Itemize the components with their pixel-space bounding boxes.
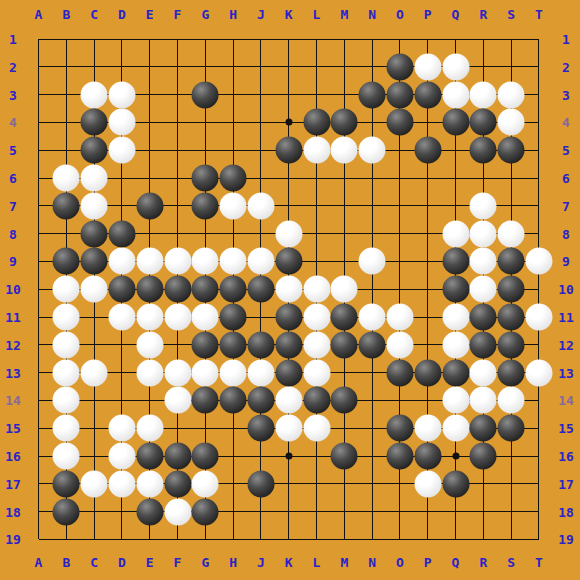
stone-black-K9[interactable] (275, 248, 302, 275)
stone-black-K11[interactable] (275, 304, 302, 331)
stone-white-B14[interactable] (53, 387, 80, 414)
row-label-left-10: 10 (5, 283, 21, 296)
stone-black-H14[interactable] (220, 387, 247, 414)
stone-black-B17[interactable] (53, 470, 80, 497)
stone-black-G7[interactable] (192, 192, 219, 219)
stone-white-K10[interactable] (275, 276, 302, 303)
star-point-Q16 (452, 453, 459, 460)
row-label-right-8: 8 (562, 227, 570, 240)
col-label-top-S: S (507, 8, 515, 21)
col-label-bottom-P: P (424, 556, 432, 569)
stone-white-D3[interactable] (108, 81, 135, 108)
stone-white-L13[interactable] (303, 359, 330, 386)
row-label-left-16: 16 (5, 450, 21, 463)
stone-black-C5[interactable] (81, 137, 108, 164)
stone-black-E16[interactable] (136, 443, 163, 470)
stone-white-S8[interactable] (498, 220, 525, 247)
stone-black-F16[interactable] (164, 443, 191, 470)
stone-white-G13[interactable] (192, 359, 219, 386)
stone-black-S10[interactable] (498, 276, 525, 303)
stone-black-G14[interactable] (192, 387, 219, 414)
stone-white-D4[interactable] (108, 109, 135, 136)
stone-white-T9[interactable] (525, 248, 552, 275)
stone-black-P5[interactable] (414, 137, 441, 164)
stone-white-J13[interactable] (247, 359, 274, 386)
stone-white-R9[interactable] (470, 248, 497, 275)
stone-black-N3[interactable] (359, 81, 386, 108)
col-label-top-G: G (201, 8, 209, 21)
stone-black-G3[interactable] (192, 81, 219, 108)
stone-white-J7[interactable] (247, 192, 274, 219)
row-label-right-18: 18 (558, 505, 574, 518)
row-label-left-2: 2 (9, 60, 17, 73)
stone-black-P13[interactable] (414, 359, 441, 386)
row-label-left-5: 5 (9, 144, 17, 157)
col-label-bottom-N: N (368, 556, 376, 569)
row-label-left-13: 13 (5, 366, 21, 379)
col-label-top-C: C (90, 8, 98, 21)
stone-black-R16[interactable] (470, 443, 497, 470)
stone-white-D9[interactable] (108, 248, 135, 275)
col-label-bottom-S: S (507, 556, 515, 569)
stone-white-F13[interactable] (164, 359, 191, 386)
stone-black-M12[interactable] (331, 331, 358, 358)
stone-white-R14[interactable] (470, 387, 497, 414)
col-label-top-D: D (118, 8, 126, 21)
stone-white-R3[interactable] (470, 81, 497, 108)
stone-white-Q2[interactable] (442, 53, 469, 80)
stone-white-Q3[interactable] (442, 81, 469, 108)
stone-black-J15[interactable] (247, 415, 274, 442)
stone-black-B7[interactable] (53, 192, 80, 219)
col-label-top-J: J (257, 8, 265, 21)
stone-black-R15[interactable] (470, 415, 497, 442)
row-label-right-11: 11 (558, 311, 574, 324)
col-label-top-B: B (62, 8, 70, 21)
col-label-bottom-M: M (340, 556, 348, 569)
row-label-right-14: 14 (558, 394, 574, 407)
star-point-K16 (285, 453, 292, 460)
stone-black-J14[interactable] (247, 387, 274, 414)
stone-black-O3[interactable] (386, 81, 413, 108)
grid-line-v-N (372, 39, 373, 539)
stone-white-G17[interactable] (192, 470, 219, 497)
stone-black-O13[interactable] (386, 359, 413, 386)
stone-white-M10[interactable] (331, 276, 358, 303)
col-label-top-N: N (368, 8, 376, 21)
stone-black-S5[interactable] (498, 137, 525, 164)
row-label-right-17: 17 (558, 477, 574, 490)
stone-white-G9[interactable] (192, 248, 219, 275)
stone-white-P17[interactable] (414, 470, 441, 497)
stone-black-M14[interactable] (331, 387, 358, 414)
stone-white-D17[interactable] (108, 470, 135, 497)
row-label-right-16: 16 (558, 450, 574, 463)
stone-white-S3[interactable] (498, 81, 525, 108)
stone-black-G6[interactable] (192, 165, 219, 192)
stone-white-L11[interactable] (303, 304, 330, 331)
col-label-top-K: K (285, 8, 293, 21)
stone-white-T13[interactable] (525, 359, 552, 386)
stone-white-Q8[interactable] (442, 220, 469, 247)
stone-white-N9[interactable] (359, 248, 386, 275)
row-label-left-3: 3 (9, 88, 17, 101)
row-label-right-1: 1 (562, 33, 570, 46)
stone-black-S13[interactable] (498, 359, 525, 386)
row-label-left-15: 15 (5, 422, 21, 435)
grid-line-h-19 (39, 539, 539, 540)
stone-black-K12[interactable] (275, 331, 302, 358)
row-label-left-8: 8 (9, 227, 17, 240)
stone-black-Q17[interactable] (442, 470, 469, 497)
row-label-left-19: 19 (5, 533, 21, 546)
col-label-bottom-C: C (90, 556, 98, 569)
stone-white-C6[interactable] (81, 165, 108, 192)
stone-white-O11[interactable] (386, 304, 413, 331)
col-label-bottom-J: J (257, 556, 265, 569)
stone-black-O2[interactable] (386, 53, 413, 80)
stone-white-F14[interactable] (164, 387, 191, 414)
col-label-bottom-O: O (396, 556, 404, 569)
stone-white-F11[interactable] (164, 304, 191, 331)
stone-white-O12[interactable] (386, 331, 413, 358)
stone-white-E12[interactable] (136, 331, 163, 358)
stone-black-C8[interactable] (81, 220, 108, 247)
row-label-right-10: 10 (558, 283, 574, 296)
stone-white-D16[interactable] (108, 443, 135, 470)
col-label-bottom-R: R (479, 556, 487, 569)
row-label-left-7: 7 (9, 199, 17, 212)
stone-black-E10[interactable] (136, 276, 163, 303)
stone-white-K14[interactable] (275, 387, 302, 414)
stone-white-P15[interactable] (414, 415, 441, 442)
col-label-top-M: M (340, 8, 348, 21)
grid-line-v-T (538, 39, 539, 539)
stone-black-C9[interactable] (81, 248, 108, 275)
stone-black-R12[interactable] (470, 331, 497, 358)
stone-white-C10[interactable] (81, 276, 108, 303)
stone-white-D5[interactable] (108, 137, 135, 164)
col-label-bottom-H: H (229, 556, 237, 569)
stone-black-M4[interactable] (331, 109, 358, 136)
stone-black-O15[interactable] (386, 415, 413, 442)
stone-black-P3[interactable] (414, 81, 441, 108)
stone-black-J10[interactable] (247, 276, 274, 303)
stone-white-H13[interactable] (220, 359, 247, 386)
stone-white-Q12[interactable] (442, 331, 469, 358)
stone-white-E17[interactable] (136, 470, 163, 497)
stone-black-Q13[interactable] (442, 359, 469, 386)
col-label-bottom-F: F (174, 556, 182, 569)
stone-white-T11[interactable] (525, 304, 552, 331)
stone-black-G12[interactable] (192, 331, 219, 358)
row-label-left-11: 11 (5, 311, 21, 324)
stone-black-B18[interactable] (53, 498, 80, 525)
stone-black-R4[interactable] (470, 109, 497, 136)
stone-white-F9[interactable] (164, 248, 191, 275)
stone-white-L15[interactable] (303, 415, 330, 442)
stone-black-S11[interactable] (498, 304, 525, 331)
stone-white-J9[interactable] (247, 248, 274, 275)
row-label-left-14: 14 (5, 394, 21, 407)
col-label-top-L: L (313, 8, 321, 21)
stone-black-P16[interactable] (414, 443, 441, 470)
stone-black-N12[interactable] (359, 331, 386, 358)
col-label-bottom-K: K (285, 556, 293, 569)
star-point-K4 (285, 119, 292, 126)
stone-black-O4[interactable] (386, 109, 413, 136)
col-label-bottom-D: D (118, 556, 126, 569)
stone-black-C4[interactable] (81, 109, 108, 136)
row-label-left-17: 17 (5, 477, 21, 490)
grid-line-h-18 (39, 511, 539, 512)
col-label-top-E: E (146, 8, 154, 21)
stone-white-D15[interactable] (108, 415, 135, 442)
stone-white-N5[interactable] (359, 137, 386, 164)
row-label-right-2: 2 (562, 60, 570, 73)
stone-black-M11[interactable] (331, 304, 358, 331)
stone-black-F17[interactable] (164, 470, 191, 497)
stone-white-H9[interactable] (220, 248, 247, 275)
stone-white-S14[interactable] (498, 387, 525, 414)
stone-black-F10[interactable] (164, 276, 191, 303)
row-label-right-3: 3 (562, 88, 570, 101)
stone-white-S4[interactable] (498, 109, 525, 136)
row-label-right-4: 4 (562, 116, 570, 129)
stone-black-L14[interactable] (303, 387, 330, 414)
stone-black-G18[interactable] (192, 498, 219, 525)
row-label-right-9: 9 (562, 255, 570, 268)
stone-white-B15[interactable] (53, 415, 80, 442)
stone-black-E18[interactable] (136, 498, 163, 525)
row-label-left-9: 9 (9, 255, 17, 268)
stone-black-S9[interactable] (498, 248, 525, 275)
col-label-top-O: O (396, 8, 404, 21)
stone-white-F18[interactable] (164, 498, 191, 525)
stone-black-H11[interactable] (220, 304, 247, 331)
row-label-right-13: 13 (558, 366, 574, 379)
stone-black-Q4[interactable] (442, 109, 469, 136)
stone-white-E9[interactable] (136, 248, 163, 275)
col-label-bottom-T: T (535, 556, 543, 569)
stone-black-H10[interactable] (220, 276, 247, 303)
stone-white-M5[interactable] (331, 137, 358, 164)
stone-black-R5[interactable] (470, 137, 497, 164)
row-label-left-1: 1 (9, 33, 17, 46)
stone-black-J12[interactable] (247, 331, 274, 358)
row-label-right-7: 7 (562, 199, 570, 212)
col-label-top-A: A (35, 8, 43, 21)
col-label-bottom-G: G (201, 556, 209, 569)
row-label-left-4: 4 (9, 116, 17, 129)
stone-white-R7[interactable] (470, 192, 497, 219)
stone-white-C13[interactable] (81, 359, 108, 386)
col-label-top-H: H (229, 8, 237, 21)
col-label-top-R: R (479, 8, 487, 21)
stone-white-E15[interactable] (136, 415, 163, 442)
stone-white-B11[interactable] (53, 304, 80, 331)
row-label-right-5: 5 (562, 144, 570, 157)
stone-black-K13[interactable] (275, 359, 302, 386)
stone-black-D8[interactable] (108, 220, 135, 247)
row-label-left-18: 18 (5, 505, 21, 518)
stone-black-B9[interactable] (53, 248, 80, 275)
col-label-bottom-B: B (62, 556, 70, 569)
stone-black-Q9[interactable] (442, 248, 469, 275)
stone-white-N11[interactable] (359, 304, 386, 331)
stone-white-R10[interactable] (470, 276, 497, 303)
stone-black-O16[interactable] (386, 443, 413, 470)
col-label-bottom-A: A (35, 556, 43, 569)
stone-white-E11[interactable] (136, 304, 163, 331)
stone-white-B10[interactable] (53, 276, 80, 303)
stone-black-K5[interactable] (275, 137, 302, 164)
stone-white-Q11[interactable] (442, 304, 469, 331)
stone-white-B12[interactable] (53, 331, 80, 358)
stone-white-L10[interactable] (303, 276, 330, 303)
row-label-left-6: 6 (9, 172, 17, 185)
row-label-right-15: 15 (558, 422, 574, 435)
stone-white-L12[interactable] (303, 331, 330, 358)
stone-white-E13[interactable] (136, 359, 163, 386)
stone-white-Q14[interactable] (442, 387, 469, 414)
col-label-top-Q: Q (452, 8, 460, 21)
stone-white-R13[interactable] (470, 359, 497, 386)
row-label-right-12: 12 (558, 338, 574, 351)
stone-black-E7[interactable] (136, 192, 163, 219)
stone-white-L5[interactable] (303, 137, 330, 164)
stone-black-G10[interactable] (192, 276, 219, 303)
stone-white-K15[interactable] (275, 415, 302, 442)
row-label-right-6: 6 (562, 172, 570, 185)
go-board-screenshot: AABBCCDDEEFFGGHHJJKKLLMMNNOOPPQQRRSSTT11… (0, 0, 580, 580)
stone-black-G16[interactable] (192, 443, 219, 470)
stone-white-D11[interactable] (108, 304, 135, 331)
col-label-top-P: P (424, 8, 432, 21)
stone-black-H6[interactable] (220, 165, 247, 192)
row-label-left-12: 12 (5, 338, 21, 351)
col-label-top-F: F (174, 8, 182, 21)
stone-white-B13[interactable] (53, 359, 80, 386)
col-label-bottom-E: E (146, 556, 154, 569)
stone-black-L4[interactable] (303, 109, 330, 136)
stone-white-K8[interactable] (275, 220, 302, 247)
stone-white-C7[interactable] (81, 192, 108, 219)
stone-white-R8[interactable] (470, 220, 497, 247)
col-label-bottom-Q: Q (452, 556, 460, 569)
row-label-right-19: 19 (558, 533, 574, 546)
stone-white-G11[interactable] (192, 304, 219, 331)
stone-white-P2[interactable] (414, 53, 441, 80)
stone-black-H12[interactable] (220, 331, 247, 358)
stone-black-M16[interactable] (331, 443, 358, 470)
stone-white-C17[interactable] (81, 470, 108, 497)
stone-white-C3[interactable] (81, 81, 108, 108)
stone-white-B6[interactable] (53, 165, 80, 192)
col-label-top-T: T (535, 8, 543, 21)
stone-black-R11[interactable] (470, 304, 497, 331)
stone-black-D10[interactable] (108, 276, 135, 303)
stone-white-B16[interactable] (53, 443, 80, 470)
stone-white-Q15[interactable] (442, 415, 469, 442)
stone-black-J17[interactable] (247, 470, 274, 497)
col-label-bottom-L: L (313, 556, 321, 569)
stone-black-S15[interactable] (498, 415, 525, 442)
stone-black-Q10[interactable] (442, 276, 469, 303)
stone-white-H7[interactable] (220, 192, 247, 219)
stone-black-S12[interactable] (498, 331, 525, 358)
